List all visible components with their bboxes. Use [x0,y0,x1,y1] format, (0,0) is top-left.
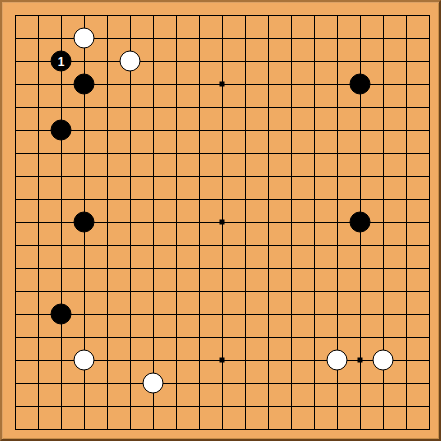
white-stone-g3[interactable] [143,373,164,394]
white-stone-f17[interactable] [120,51,141,72]
white-stone-r4[interactable] [373,350,394,371]
black-stone-d10[interactable] [74,212,95,233]
grid-line-vertical [406,15,407,430]
star-point [220,82,225,87]
grid-line-vertical [291,15,292,430]
grid-line-horizontal [15,268,430,269]
grid-line-horizontal [15,245,430,246]
grid-line-horizontal [15,429,430,430]
black-stone-q10[interactable] [350,212,371,233]
grid-line-horizontal [15,291,430,292]
grid-line-horizontal [15,383,430,384]
white-stone-d18[interactable] [74,28,95,49]
grid-line-vertical [429,15,430,430]
star-point [220,358,225,363]
white-stone-p4[interactable] [327,350,348,371]
star-point [220,220,225,225]
grid-line-horizontal [15,337,430,338]
star-point [358,358,363,363]
black-stone-q16[interactable] [350,74,371,95]
grid-line-horizontal [15,314,430,315]
grid-line-vertical [268,15,269,430]
grid-line-horizontal [15,406,430,407]
move-number-label: 1 [58,55,65,67]
black-stone-c17[interactable]: 1 [51,51,72,72]
white-stone-d4[interactable] [74,350,95,371]
black-stone-d16[interactable] [74,74,95,95]
go-board[interactable]: 1 [0,0,441,441]
grid-line-vertical [314,15,315,430]
grid-line-vertical [245,15,246,430]
black-stone-c14[interactable] [51,120,72,141]
black-stone-c6[interactable] [51,304,72,325]
